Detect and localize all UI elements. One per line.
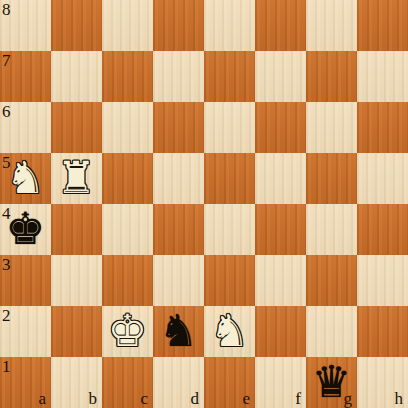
file-label-h: h (395, 390, 404, 408)
square-h8[interactable] (357, 0, 408, 51)
square-c1[interactable]: c (102, 357, 153, 408)
white-rook-b5[interactable]: ♜ (51, 153, 102, 204)
square-g6[interactable] (306, 102, 357, 153)
square-b2[interactable] (51, 306, 102, 357)
square-a5[interactable]: 5♞ (0, 153, 51, 204)
square-h6[interactable] (357, 102, 408, 153)
square-d8[interactable] (153, 0, 204, 51)
square-g5[interactable] (306, 153, 357, 204)
square-e8[interactable] (204, 0, 255, 51)
chess-board: 8765♞♜4♚32♚♞♞1abcdefg♛h (0, 0, 408, 408)
rank-label-1: 1 (2, 358, 11, 376)
square-a8[interactable]: 8 (0, 0, 51, 51)
square-b6[interactable] (51, 102, 102, 153)
rank-label-7: 7 (2, 52, 11, 70)
white-knight-a5[interactable]: ♞ (0, 153, 51, 204)
file-label-f: f (295, 390, 301, 408)
square-g7[interactable] (306, 51, 357, 102)
square-c8[interactable] (102, 0, 153, 51)
square-f1[interactable]: f (255, 357, 306, 408)
square-a7[interactable]: 7 (0, 51, 51, 102)
square-h5[interactable] (357, 153, 408, 204)
square-f7[interactable] (255, 51, 306, 102)
square-c4[interactable] (102, 204, 153, 255)
square-b4[interactable] (51, 204, 102, 255)
square-e7[interactable] (204, 51, 255, 102)
black-queen-g1[interactable]: ♛ (306, 357, 357, 408)
rank-label-8: 8 (2, 1, 11, 19)
square-h3[interactable] (357, 255, 408, 306)
square-c7[interactable] (102, 51, 153, 102)
square-e6[interactable] (204, 102, 255, 153)
square-b1[interactable]: b (51, 357, 102, 408)
square-g1[interactable]: g♛ (306, 357, 357, 408)
square-g4[interactable] (306, 204, 357, 255)
square-d6[interactable] (153, 102, 204, 153)
square-a6[interactable]: 6 (0, 102, 51, 153)
square-g8[interactable] (306, 0, 357, 51)
square-b5[interactable]: ♜ (51, 153, 102, 204)
square-d5[interactable] (153, 153, 204, 204)
white-king-c2[interactable]: ♚ (102, 306, 153, 357)
square-c6[interactable] (102, 102, 153, 153)
square-f2[interactable] (255, 306, 306, 357)
square-f8[interactable] (255, 0, 306, 51)
square-h7[interactable] (357, 51, 408, 102)
square-c3[interactable] (102, 255, 153, 306)
square-b3[interactable] (51, 255, 102, 306)
square-e4[interactable] (204, 204, 255, 255)
rank-label-3: 3 (2, 256, 11, 274)
square-g3[interactable] (306, 255, 357, 306)
square-h2[interactable] (357, 306, 408, 357)
square-f5[interactable] (255, 153, 306, 204)
white-knight-e2[interactable]: ♞ (204, 306, 255, 357)
square-d2[interactable]: ♞ (153, 306, 204, 357)
square-b8[interactable] (51, 0, 102, 51)
square-d4[interactable] (153, 204, 204, 255)
black-king-a4[interactable]: ♚ (0, 204, 51, 255)
square-h4[interactable] (357, 204, 408, 255)
square-e2[interactable]: ♞ (204, 306, 255, 357)
square-g2[interactable] (306, 306, 357, 357)
rank-label-6: 6 (2, 103, 11, 121)
square-c2[interactable]: ♚ (102, 306, 153, 357)
square-f6[interactable] (255, 102, 306, 153)
file-label-e: e (242, 390, 250, 408)
square-d3[interactable] (153, 255, 204, 306)
square-a4[interactable]: 4♚ (0, 204, 51, 255)
square-h1[interactable]: h (357, 357, 408, 408)
file-label-c: c (140, 390, 148, 408)
square-f3[interactable] (255, 255, 306, 306)
square-e1[interactable]: e (204, 357, 255, 408)
square-e5[interactable] (204, 153, 255, 204)
file-label-a: a (38, 390, 46, 408)
square-d7[interactable] (153, 51, 204, 102)
square-a1[interactable]: 1a (0, 357, 51, 408)
square-e3[interactable] (204, 255, 255, 306)
square-b7[interactable] (51, 51, 102, 102)
file-label-d: d (191, 390, 200, 408)
rank-label-2: 2 (2, 307, 11, 325)
black-knight-d2[interactable]: ♞ (153, 306, 204, 357)
square-d1[interactable]: d (153, 357, 204, 408)
file-label-b: b (89, 390, 98, 408)
square-a3[interactable]: 3 (0, 255, 51, 306)
square-a2[interactable]: 2 (0, 306, 51, 357)
square-f4[interactable] (255, 204, 306, 255)
square-c5[interactable] (102, 153, 153, 204)
